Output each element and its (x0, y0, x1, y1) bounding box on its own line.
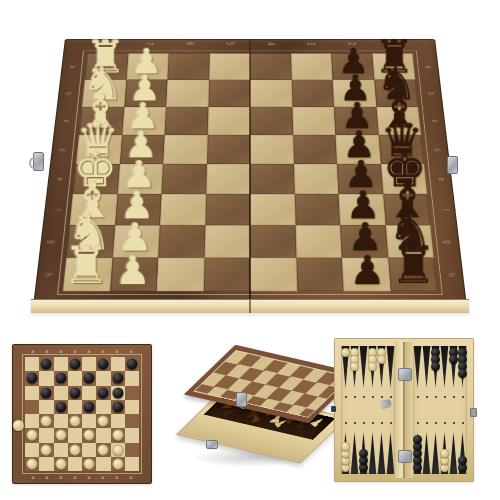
pip-dot (363, 396, 365, 398)
border-mark: ▪ (115, 348, 118, 354)
board-perspective-wrap: ♜♟♟♜♞♟♟♞♝♟♟♝♛♟♟♛♚♟♟♚♝♟♟♝♞♟♟♞♜♟♟♜ 8765432… (50, 0, 450, 374)
white-checker[interactable] (84, 430, 95, 441)
metal-clasp-icon (236, 392, 247, 407)
checkers-square[interactable] (68, 357, 82, 371)
checkers-square[interactable] (25, 443, 39, 457)
file-label: b (427, 92, 436, 95)
black-checker[interactable] (69, 387, 80, 398)
checkers-square[interactable] (39, 400, 53, 414)
white-checker[interactable] (69, 416, 80, 427)
backgammon-point (422, 432, 431, 474)
black-checker[interactable] (112, 373, 123, 384)
chess-square[interactable] (291, 80, 334, 107)
chess-square[interactable] (296, 258, 344, 292)
backgammon-point (413, 346, 422, 388)
black-pawn[interactable]: ♟ (349, 251, 385, 291)
file-label: c (430, 119, 439, 122)
chess-square[interactable] (294, 164, 339, 194)
backgammon-point (386, 432, 395, 474)
file-label: f (439, 209, 448, 211)
light-backgammon-checker[interactable] (350, 362, 359, 371)
checkers-square[interactable] (25, 371, 39, 385)
latch-right-icon (470, 408, 477, 417)
black-checker[interactable] (55, 373, 66, 384)
hinge-icon (398, 368, 412, 381)
border-mark: ▪ (45, 348, 48, 354)
border-mark: ▪ (129, 348, 132, 354)
chess-board-frame: ♜♟♟♜♞♟♟♞♝♟♟♝♛♟♟♛♚♟♟♚♝♟♟♝♞♟♟♞♜♟♟♜ 8765432… (33, 39, 468, 311)
dark-backgammon-checker[interactable] (413, 435, 422, 444)
pip-dot (390, 396, 392, 398)
chess-square[interactable] (250, 135, 294, 164)
pip-dot (354, 422, 356, 424)
chess-square[interactable] (160, 194, 206, 225)
file-label: h (44, 272, 54, 276)
pip-dot (435, 396, 437, 398)
pip-dot (345, 422, 347, 424)
chess-square[interactable] (161, 164, 206, 194)
metal-clasp-right-icon (447, 156, 458, 174)
chess-square[interactable] (295, 225, 342, 257)
white-checker[interactable] (27, 430, 38, 441)
border-mark: ▪ (115, 474, 118, 480)
checkers-square[interactable] (125, 371, 139, 385)
pip-dot (444, 396, 446, 398)
chess-square[interactable] (250, 258, 297, 292)
checkers-square[interactable] (39, 371, 53, 385)
chess-square[interactable] (209, 54, 250, 80)
chess-square[interactable] (250, 164, 294, 194)
backgammon-point (422, 346, 431, 388)
chess-square[interactable]: ♜ (63, 258, 112, 292)
chess-square[interactable] (250, 225, 296, 257)
black-checker[interactable] (41, 359, 52, 370)
border-mark: ▪ (87, 348, 90, 354)
pip-dot (462, 422, 464, 424)
backgammon-point (377, 432, 386, 474)
file-label: e (55, 177, 64, 180)
checkers-square[interactable] (68, 386, 82, 400)
chess-square[interactable] (204, 225, 250, 257)
checkers-square[interactable] (54, 443, 68, 457)
checkers-square[interactable] (125, 400, 139, 414)
stored-piece: ♟ (249, 413, 262, 425)
checkers-square[interactable] (125, 357, 139, 371)
chess-square[interactable] (203, 258, 250, 292)
chess-square[interactable] (293, 135, 337, 164)
chess-square[interactable] (250, 194, 295, 225)
checkers-square[interactable] (25, 357, 39, 371)
checkers-square[interactable] (111, 414, 125, 428)
border-mark: ▪ (59, 474, 62, 480)
checkers-square[interactable] (54, 371, 68, 385)
chess-square[interactable] (206, 164, 250, 194)
black-checker[interactable] (69, 359, 80, 370)
latch-left-icon (331, 406, 336, 412)
file-label: g (443, 240, 453, 244)
checkers-square[interactable] (54, 386, 68, 400)
chess-square[interactable] (291, 54, 333, 80)
checkers-square[interactable] (82, 443, 96, 457)
pip-dot (372, 422, 374, 424)
checkers-square[interactable] (96, 428, 110, 442)
checkers-square[interactable] (82, 371, 96, 385)
white-checker[interactable] (84, 458, 95, 469)
checkers-square[interactable] (111, 443, 125, 457)
checkers-setup-photo[interactable]: ▪▪▪▪▪▪▪▪ ▪▪▪▪▪▪▪▪ (12, 344, 152, 484)
black-checker[interactable] (98, 359, 109, 370)
dark-backgammon-checker[interactable] (449, 355, 458, 364)
checkers-square[interactable] (25, 386, 39, 400)
chess-square[interactable] (167, 54, 209, 80)
checkers-square[interactable] (68, 443, 82, 457)
border-marks-bottom: ▪▪▪▪▪▪▪▪ (26, 474, 138, 480)
chess-square[interactable]: ♜ (388, 258, 437, 292)
pip-dot (435, 422, 437, 424)
white-checker[interactable] (41, 444, 52, 455)
checkers-square[interactable] (68, 428, 82, 442)
chess-square[interactable] (250, 107, 293, 135)
light-backgammon-checker[interactable] (377, 355, 386, 364)
black-checker[interactable] (112, 401, 123, 412)
rank-label: 3 (305, 42, 315, 46)
pine-box-edge (31, 299, 469, 313)
folded-box-photo[interactable]: ♟♟♟♟♟♟♟♟♟♟♟♟ (172, 352, 332, 478)
light-backgammon-checker[interactable] (341, 348, 350, 357)
checkers-square[interactable] (54, 414, 68, 428)
checkers-square[interactable] (68, 400, 82, 414)
chess-square[interactable] (292, 107, 335, 135)
checkers-square[interactable] (82, 414, 96, 428)
backgammon-interior-photo[interactable] (334, 338, 474, 482)
checkers-square[interactable] (25, 428, 39, 442)
black-checker[interactable] (126, 359, 137, 370)
chess-square[interactable] (156, 258, 204, 292)
pip-dot (453, 422, 455, 424)
backgammon-point (431, 432, 440, 474)
product-photo-canvas: ♜♟♟♜♞♟♟♞♝♟♟♝♛♟♟♛♚♟♟♚♝♟♟♝♞♟♟♞♜♟♟♜ 8765432… (0, 0, 500, 500)
border-mark: ▪ (45, 474, 48, 480)
black-checker[interactable] (41, 387, 52, 398)
pip-dot (390, 422, 392, 424)
white-checker[interactable] (55, 430, 66, 441)
checkers-square[interactable] (96, 386, 110, 400)
chess-square[interactable] (208, 80, 250, 107)
pip-dot (372, 396, 374, 398)
checkers-square[interactable] (111, 400, 125, 414)
black-checker[interactable] (55, 401, 66, 412)
checkers-square[interactable] (54, 357, 68, 371)
checkers-square[interactable] (39, 386, 53, 400)
border-mark: ▪ (101, 474, 104, 480)
file-label: a (424, 65, 433, 68)
metal-clasp-left-icon (33, 152, 44, 171)
black-checker[interactable] (27, 373, 38, 384)
black-checker[interactable] (98, 387, 109, 398)
checkers-square[interactable] (125, 414, 139, 428)
border-mark: ▪ (59, 348, 62, 354)
checkers-square[interactable] (125, 443, 139, 457)
chess-square[interactable] (294, 194, 340, 225)
chess-square[interactable] (163, 135, 207, 164)
pip-dot (354, 396, 356, 398)
border-mark: ▪ (101, 348, 104, 354)
white-checker[interactable] (98, 416, 109, 427)
backgammon-point (440, 346, 449, 388)
chess-square[interactable] (158, 225, 205, 257)
dark-backgammon-checker[interactable] (431, 362, 440, 371)
file-label: a (68, 65, 77, 68)
pip-dot (381, 422, 383, 424)
checkers-square[interactable] (96, 414, 110, 428)
file-label: g (47, 240, 57, 244)
checkers-square[interactable] (68, 414, 82, 428)
checkers-square[interactable] (82, 400, 96, 414)
checkers-square[interactable] (125, 428, 139, 442)
checkers-square[interactable] (111, 371, 125, 385)
checkers-square[interactable] (39, 457, 53, 471)
chess-square[interactable] (165, 107, 208, 135)
black-checker[interactable] (84, 401, 95, 412)
black-checker[interactable] (112, 387, 123, 398)
pip-dot (345, 396, 347, 398)
dark-backgammon-checker[interactable] (458, 456, 467, 465)
checkers-square[interactable] (39, 443, 53, 457)
border-mark: ▪ (31, 348, 34, 354)
checkers-square[interactable] (54, 457, 68, 471)
hinge-icon (398, 450, 412, 463)
backgammon-point (359, 346, 368, 388)
checkers-square[interactable] (82, 457, 96, 471)
light-backgammon-checker[interactable] (341, 442, 350, 451)
border-mark: ▪ (73, 348, 76, 354)
file-label: d (433, 148, 442, 151)
white-checker[interactable] (69, 444, 80, 455)
checkers-square[interactable] (54, 428, 68, 442)
checkers-square[interactable] (25, 400, 39, 414)
chess-square[interactable] (166, 80, 209, 107)
backgammon-point (350, 432, 359, 474)
metal-latch-icon (206, 440, 218, 449)
checkers-square[interactable] (111, 386, 125, 400)
white-checker[interactable] (27, 458, 38, 469)
chess-square[interactable] (250, 80, 292, 107)
checkers-square[interactable] (111, 357, 125, 371)
pip-dot (417, 396, 419, 398)
border-mark: ▪ (73, 474, 76, 480)
chess-square[interactable] (207, 135, 251, 164)
checkers-square[interactable] (96, 357, 110, 371)
checkers-square[interactable] (39, 428, 53, 442)
checkers-square[interactable] (125, 457, 139, 471)
border-mark: ▪ (129, 474, 132, 480)
black-rook[interactable]: ♜ (391, 239, 437, 291)
checkers-square[interactable] (82, 386, 96, 400)
checkers-square[interactable] (25, 457, 39, 471)
white-checker[interactable] (112, 458, 123, 469)
checkers-square[interactable] (54, 400, 68, 414)
checkers-square[interactable] (96, 457, 110, 471)
checkers-square[interactable] (111, 428, 125, 442)
pip-dot (444, 422, 446, 424)
backgammon-point (449, 432, 458, 474)
pip-dot (426, 422, 428, 424)
chess-square[interactable] (250, 54, 291, 80)
white-rook[interactable]: ♜ (63, 239, 109, 291)
border-mark: ▪ (87, 474, 90, 480)
dark-backgammon-checker[interactable] (359, 449, 368, 458)
rank-label: 5 (225, 42, 235, 46)
checkers-square[interactable] (96, 400, 110, 414)
border-mark: ▪ (31, 474, 34, 480)
white-checker[interactable] (55, 458, 66, 469)
pip-dot (462, 396, 464, 398)
pip-dot (426, 396, 428, 398)
dark-backgammon-checker[interactable] (458, 369, 467, 378)
rank-label: 4 (265, 42, 275, 46)
white-checker[interactable] (41, 416, 52, 427)
backgammon-point (368, 432, 377, 474)
checkers-square[interactable] (82, 357, 96, 371)
checkers-square[interactable] (68, 457, 82, 471)
checkers-board-grid (25, 357, 139, 471)
file-label: c (61, 119, 70, 122)
pip-dot (381, 396, 383, 398)
light-backgammon-checker[interactable] (440, 449, 449, 458)
checkers-square[interactable] (39, 357, 53, 371)
backgammon-panel-left (341, 346, 395, 474)
checkers-square[interactable] (39, 414, 53, 428)
file-label: b (64, 92, 73, 95)
checkers-square[interactable] (125, 386, 139, 400)
checkers-square[interactable] (96, 371, 110, 385)
border-marks-top: ▪▪▪▪▪▪▪▪ (26, 348, 138, 354)
white-checker-on-rail[interactable] (13, 420, 24, 431)
backgammon-point (386, 346, 395, 388)
pip-dot (453, 396, 455, 398)
checkers-square[interactable] (25, 414, 39, 428)
backgammon-panel-right (413, 346, 467, 474)
light-backgammon-checker[interactable] (368, 362, 377, 371)
checkers-square[interactable] (68, 371, 82, 385)
white-pawn[interactable]: ♟ (115, 251, 151, 291)
checkers-square[interactable] (82, 428, 96, 442)
checkers-square[interactable] (96, 443, 110, 457)
file-label: d (58, 148, 67, 151)
black-checker[interactable] (84, 373, 95, 384)
chess-square[interactable] (207, 107, 250, 135)
file-label: h (446, 272, 456, 276)
chess-square[interactable]: ♟ (110, 258, 159, 292)
main-chess-photo[interactable]: ♜♟♟♜♞♟♟♞♝♟♟♝♛♟♟♛♚♟♟♚♝♟♟♝♞♟♟♞♜♟♟♜ 8765432… (0, 0, 500, 330)
white-checker[interactable] (112, 430, 123, 441)
chess-square[interactable]: ♟ (342, 258, 391, 292)
file-label: f (51, 209, 60, 211)
white-checker[interactable] (98, 444, 109, 455)
rank-label: 6 (184, 42, 194, 46)
chess-square[interactable] (205, 194, 250, 225)
white-checker[interactable] (112, 444, 123, 455)
checkers-square[interactable] (111, 457, 125, 471)
pip-dot (363, 422, 365, 424)
pip-dot (417, 422, 419, 424)
file-label: e (436, 177, 445, 180)
